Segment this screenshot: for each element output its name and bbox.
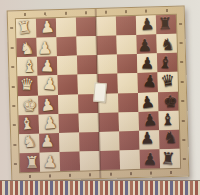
white-pawn-piece[interactable]: ♟ bbox=[39, 18, 55, 35]
black-pawn-piece[interactable]: ♟ bbox=[139, 94, 155, 112]
white-pawn-piece[interactable]: ♟ bbox=[40, 134, 55, 150]
square-r5c3[interactable] bbox=[58, 94, 79, 114]
white-knight-piece[interactable]: ♞ bbox=[22, 134, 38, 151]
black-pawn-piece[interactable]: ♟ bbox=[140, 131, 155, 147]
square-r2c4[interactable] bbox=[76, 36, 97, 56]
square-r4c8[interactable]: ♛ bbox=[157, 72, 178, 92]
square-r1c7[interactable]: ♟ bbox=[136, 15, 157, 35]
white-rook-piece[interactable]: ♜ bbox=[25, 155, 40, 171]
tape-label bbox=[93, 83, 106, 103]
white-pawn-piece[interactable]: ♟ bbox=[42, 76, 58, 93]
black-pawn-piece[interactable]: ♟ bbox=[142, 112, 158, 129]
square-r8c3[interactable] bbox=[60, 151, 81, 171]
square-r7c4[interactable] bbox=[79, 132, 100, 152]
square-r3c5[interactable] bbox=[97, 55, 118, 75]
square-r6c7[interactable]: ♟ bbox=[139, 111, 160, 131]
square-r2c7[interactable]: ♟ bbox=[136, 34, 157, 54]
black-pawn-piece[interactable]: ♟ bbox=[137, 37, 152, 53]
black-pawn-piece[interactable]: ♟ bbox=[142, 73, 158, 90]
square-r5c1[interactable]: ♚ bbox=[18, 95, 39, 115]
black-knight-piece[interactable]: ♞ bbox=[163, 130, 178, 146]
square-r6c3[interactable] bbox=[59, 113, 80, 133]
square-r3c3[interactable] bbox=[57, 56, 78, 76]
black-rook-piece[interactable]: ♜ bbox=[160, 151, 176, 168]
square-r3c1[interactable]: ♝ bbox=[17, 57, 38, 77]
square-r8c6[interactable] bbox=[120, 150, 141, 170]
square-r7c2[interactable]: ♟ bbox=[39, 133, 60, 153]
square-r2c1[interactable]: ♞ bbox=[16, 38, 37, 58]
square-r6c2[interactable]: ♟ bbox=[39, 114, 60, 134]
square-r8c2[interactable]: ♟ bbox=[40, 152, 61, 172]
square-r2c6[interactable] bbox=[116, 35, 137, 55]
square-r4c2[interactable]: ♟ bbox=[37, 75, 58, 95]
chess-board: ♜♟♟♜♞♟♟♞♝♟♟♝♛♟♟♛♚♟♟♚♝♟♟♝♞♟♟♞♜♟♟♜ bbox=[7, 6, 190, 182]
white-pawn-piece[interactable]: ♟ bbox=[42, 115, 58, 132]
white-king-piece[interactable]: ♚ bbox=[22, 97, 38, 114]
square-r1c1[interactable]: ♜ bbox=[16, 19, 37, 39]
square-r1c6[interactable] bbox=[116, 16, 137, 36]
black-pawn-piece[interactable]: ♟ bbox=[143, 152, 158, 168]
black-pawn-piece[interactable]: ♟ bbox=[139, 16, 155, 33]
square-r8c7[interactable]: ♟ bbox=[140, 149, 161, 169]
square-r1c5[interactable] bbox=[96, 16, 117, 36]
black-queen-piece[interactable]: ♛ bbox=[160, 72, 176, 90]
square-r3c6[interactable] bbox=[117, 54, 138, 74]
black-bishop-piece[interactable]: ♝ bbox=[160, 112, 175, 128]
square-r8c1[interactable]: ♜ bbox=[20, 153, 41, 173]
square-r1c8[interactable]: ♜ bbox=[156, 15, 177, 35]
square-r5c2[interactable]: ♟ bbox=[38, 95, 59, 115]
square-r7c8[interactable]: ♞ bbox=[159, 130, 180, 150]
square-r6c6[interactable] bbox=[119, 112, 140, 132]
square-r7c5[interactable] bbox=[99, 131, 120, 151]
square-r1c4[interactable] bbox=[76, 17, 97, 37]
square-r4c6[interactable] bbox=[117, 73, 138, 93]
square-r8c4[interactable] bbox=[80, 151, 101, 171]
square-r8c8[interactable]: ♜ bbox=[160, 149, 181, 169]
square-r8c5[interactable] bbox=[100, 150, 121, 170]
black-pawn-piece[interactable]: ♟ bbox=[140, 55, 155, 71]
black-rook-piece[interactable]: ♜ bbox=[158, 15, 173, 31]
square-r6c4[interactable] bbox=[79, 113, 100, 133]
square-r2c5[interactable] bbox=[96, 36, 117, 56]
square-r1c2[interactable]: ♟ bbox=[36, 18, 57, 38]
square-r7c7[interactable]: ♟ bbox=[139, 130, 160, 150]
square-r3c4[interactable] bbox=[77, 55, 98, 75]
black-bishop-piece[interactable]: ♝ bbox=[157, 54, 173, 71]
square-r3c8[interactable]: ♝ bbox=[157, 53, 178, 73]
square-r7c3[interactable] bbox=[59, 132, 80, 152]
square-r2c3[interactable] bbox=[56, 37, 77, 57]
white-rook-piece[interactable]: ♜ bbox=[16, 19, 32, 37]
white-pawn-piece[interactable]: ♟ bbox=[39, 97, 55, 115]
square-r5c6[interactable] bbox=[118, 92, 139, 112]
square-r1c3[interactable] bbox=[56, 18, 77, 38]
square-r2c8[interactable]: ♞ bbox=[156, 34, 177, 54]
square-r6c5[interactable] bbox=[99, 112, 120, 132]
white-pawn-piece[interactable]: ♟ bbox=[37, 40, 52, 56]
white-queen-piece[interactable]: ♛ bbox=[19, 77, 34, 93]
black-king-piece[interactable]: ♚ bbox=[162, 93, 178, 110]
square-r5c8[interactable]: ♚ bbox=[158, 91, 179, 111]
tablecloth-border bbox=[0, 180, 200, 195]
white-pawn-piece[interactable]: ♟ bbox=[43, 155, 58, 171]
square-r4c7[interactable]: ♟ bbox=[137, 73, 158, 93]
white-bishop-piece[interactable]: ♝ bbox=[22, 59, 37, 75]
white-bishop-piece[interactable]: ♝ bbox=[19, 115, 35, 133]
white-knight-piece[interactable]: ♞ bbox=[19, 40, 35, 57]
white-pawn-piece[interactable]: ♟ bbox=[40, 58, 55, 74]
square-r2c2[interactable]: ♟ bbox=[36, 37, 57, 57]
square-r7c1[interactable]: ♞ bbox=[19, 133, 40, 153]
square-r7c6[interactable] bbox=[119, 131, 140, 151]
square-r4c1[interactable]: ♛ bbox=[17, 76, 38, 96]
black-knight-piece[interactable]: ♞ bbox=[160, 37, 175, 53]
square-r4c3[interactable] bbox=[57, 75, 78, 95]
photo-scene: ♜♟♟♜♞♟♟♞♝♟♟♝♛♟♟♛♚♟♟♚♝♟♟♝♞♟♟♞♜♟♟♜ bbox=[0, 0, 200, 195]
square-r5c7[interactable]: ♟ bbox=[138, 92, 159, 112]
square-r3c2[interactable]: ♟ bbox=[37, 56, 58, 76]
